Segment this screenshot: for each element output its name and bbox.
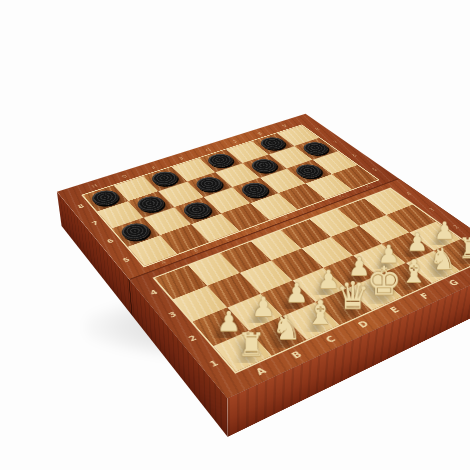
box-fold-notch (128, 278, 132, 316)
square-f8[interactable] (226, 141, 269, 163)
white-rook[interactable]: ♜ (230, 328, 273, 360)
square-h4[interactable] (364, 189, 412, 215)
product-photo-scene: 5678 5678 ABCDEFGH ABCDEFGH ♟♟♟♟♟♟♟♟♜♞♝♛… (0, 0, 470, 470)
